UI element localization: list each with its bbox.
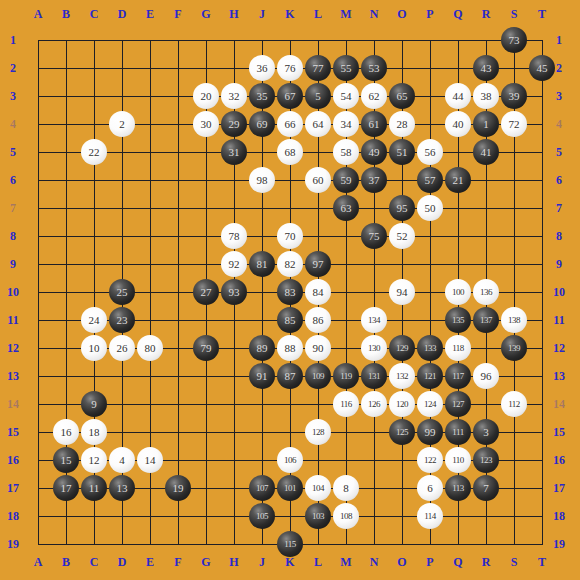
row-label-right-9: 9: [545, 256, 573, 272]
white-stone-66: 66: [277, 111, 303, 137]
move-number: 17: [53, 475, 79, 501]
black-stone-69: 69: [249, 111, 275, 137]
move-number: 56: [417, 139, 443, 165]
black-stone-107: 107: [249, 475, 275, 501]
row-label-right-18: 18: [545, 508, 573, 524]
move-number: 113: [445, 475, 471, 501]
white-stone-86: 86: [305, 307, 331, 333]
row-label-right-19: 19: [545, 536, 573, 552]
row-label-right-10: 10: [545, 284, 573, 300]
move-number: 16: [53, 419, 79, 445]
black-stone-9: 9: [81, 391, 107, 417]
row-label-right-11: 11: [545, 312, 573, 328]
black-stone-51: 51: [389, 139, 415, 165]
move-number: 114: [417, 503, 443, 529]
white-stone-96: 96: [473, 363, 499, 389]
white-stone-70: 70: [277, 223, 303, 249]
row-label-right-16: 16: [545, 452, 573, 468]
white-stone-50: 50: [417, 195, 443, 221]
white-stone-126: 126: [361, 391, 387, 417]
black-stone-131: 131: [361, 363, 387, 389]
white-stone-138: 138: [501, 307, 527, 333]
move-number: 30: [193, 111, 219, 137]
move-number: 26: [109, 335, 135, 361]
black-stone-139: 139: [501, 335, 527, 361]
black-stone-83: 83: [277, 279, 303, 305]
row-label-right-12: 12: [545, 340, 573, 356]
white-stone-124: 124: [417, 391, 443, 417]
row-label-right-7: 7: [545, 200, 573, 216]
row-label-left-9: 9: [0, 256, 27, 272]
white-stone-6: 6: [417, 475, 443, 501]
white-stone-136: 136: [473, 279, 499, 305]
white-stone-40: 40: [445, 111, 471, 137]
move-number: 107: [249, 475, 275, 501]
white-stone-132: 132: [389, 363, 415, 389]
move-number: 136: [473, 279, 499, 305]
move-number: 88: [277, 335, 303, 361]
move-number: 134: [361, 307, 387, 333]
black-stone-41: 41: [473, 139, 499, 165]
column-label-bottom-R: R: [472, 554, 500, 570]
move-number: 1: [473, 111, 499, 137]
row-label-right-17: 17: [545, 480, 573, 496]
move-number: 121: [417, 363, 443, 389]
white-stone-56: 56: [417, 139, 443, 165]
move-number: 23: [109, 307, 135, 333]
column-label-bottom-S: S: [500, 554, 528, 570]
black-stone-85: 85: [277, 307, 303, 333]
move-number: 75: [361, 223, 387, 249]
move-number: 39: [501, 83, 527, 109]
white-stone-106: 106: [277, 447, 303, 473]
move-number: 115: [277, 531, 303, 557]
row-label-left-5: 5: [0, 144, 27, 160]
column-label-top-E: E: [136, 6, 164, 22]
move-number: 2: [109, 111, 135, 137]
black-stone-67: 67: [277, 83, 303, 109]
black-stone-77: 77: [305, 55, 331, 81]
move-number: 126: [361, 391, 387, 417]
white-stone-12: 12: [81, 447, 107, 473]
white-stone-54: 54: [333, 83, 359, 109]
black-stone-21: 21: [445, 167, 471, 193]
column-label-top-F: F: [164, 6, 192, 22]
column-label-top-H: H: [220, 6, 248, 22]
white-stone-84: 84: [305, 279, 331, 305]
move-number: 133: [417, 335, 443, 361]
move-number: 135: [445, 307, 471, 333]
black-stone-57: 57: [417, 167, 443, 193]
black-stone-61: 61: [361, 111, 387, 137]
move-number: 41: [473, 139, 499, 165]
move-number: 127: [445, 391, 471, 417]
move-number: 3: [473, 419, 499, 445]
move-number: 81: [249, 251, 275, 277]
move-number: 111: [445, 419, 471, 445]
column-label-top-D: D: [108, 6, 136, 22]
black-stone-23: 23: [109, 307, 135, 333]
black-stone-17: 17: [53, 475, 79, 501]
white-stone-118: 118: [445, 335, 471, 361]
move-number: 10: [81, 335, 107, 361]
column-label-top-B: B: [52, 6, 80, 22]
move-number: 94: [389, 279, 415, 305]
white-stone-38: 38: [473, 83, 499, 109]
black-stone-121: 121: [417, 363, 443, 389]
go-board[interactable]: AABBCCDDEEFFGGHHJJKKLLMMNNOOPPQQRRSSTT11…: [0, 0, 580, 580]
black-stone-117: 117: [445, 363, 471, 389]
move-number: 62: [361, 83, 387, 109]
move-number: 79: [193, 335, 219, 361]
black-stone-29: 29: [221, 111, 247, 137]
white-stone-2: 2: [109, 111, 135, 137]
row-label-left-15: 15: [0, 424, 27, 440]
black-stone-97: 97: [305, 251, 331, 277]
move-number: 37: [361, 167, 387, 193]
move-number: 55: [333, 55, 359, 81]
black-stone-45: 45: [529, 55, 555, 81]
move-number: 93: [221, 279, 247, 305]
move-number: 130: [361, 335, 387, 361]
black-stone-49: 49: [361, 139, 387, 165]
move-number: 11: [81, 475, 107, 501]
column-label-top-A: A: [24, 6, 52, 22]
move-number: 80: [137, 335, 163, 361]
white-stone-16: 16: [53, 419, 79, 445]
move-number: 101: [277, 475, 303, 501]
move-number: 57: [417, 167, 443, 193]
column-label-top-K: K: [276, 6, 304, 22]
white-stone-130: 130: [361, 335, 387, 361]
black-stone-7: 7: [473, 475, 499, 501]
row-label-right-6: 6: [545, 172, 573, 188]
move-number: 20: [193, 83, 219, 109]
move-number: 18: [81, 419, 107, 445]
black-stone-53: 53: [361, 55, 387, 81]
move-number: 128: [305, 419, 331, 445]
black-stone-125: 125: [389, 419, 415, 445]
white-stone-82: 82: [277, 251, 303, 277]
white-stone-80: 80: [137, 335, 163, 361]
column-label-top-L: L: [304, 6, 332, 22]
column-label-bottom-J: J: [248, 554, 276, 570]
white-stone-26: 26: [109, 335, 135, 361]
move-number: 86: [305, 307, 331, 333]
black-stone-101: 101: [277, 475, 303, 501]
move-number: 8: [333, 475, 359, 501]
move-number: 138: [501, 307, 527, 333]
white-stone-64: 64: [305, 111, 331, 137]
black-stone-115: 115: [277, 531, 303, 557]
black-stone-39: 39: [501, 83, 527, 109]
move-number: 132: [389, 363, 415, 389]
move-number: 110: [445, 447, 471, 473]
column-label-bottom-N: N: [360, 554, 388, 570]
move-number: 66: [277, 111, 303, 137]
move-number: 53: [361, 55, 387, 81]
black-stone-113: 113: [445, 475, 471, 501]
move-number: 29: [221, 111, 247, 137]
move-number: 51: [389, 139, 415, 165]
move-number: 100: [445, 279, 471, 305]
move-number: 92: [221, 251, 247, 277]
move-number: 124: [417, 391, 443, 417]
move-number: 45: [529, 55, 555, 81]
column-label-bottom-T: T: [528, 554, 556, 570]
row-label-left-12: 12: [0, 340, 27, 356]
move-number: 90: [305, 335, 331, 361]
move-number: 22: [81, 139, 107, 165]
move-number: 27: [193, 279, 219, 305]
move-number: 24: [81, 307, 107, 333]
move-number: 70: [277, 223, 303, 249]
move-number: 118: [445, 335, 471, 361]
move-number: 13: [109, 475, 135, 501]
move-number: 95: [389, 195, 415, 221]
move-number: 61: [361, 111, 387, 137]
row-label-left-8: 8: [0, 228, 27, 244]
column-label-bottom-C: C: [80, 554, 108, 570]
column-label-top-S: S: [500, 6, 528, 22]
row-label-left-1: 1: [0, 32, 27, 48]
white-stone-112: 112: [501, 391, 527, 417]
move-number: 103: [305, 503, 331, 529]
black-stone-135: 135: [445, 307, 471, 333]
black-stone-63: 63: [333, 195, 359, 221]
white-stone-88: 88: [277, 335, 303, 361]
white-stone-92: 92: [221, 251, 247, 277]
white-stone-22: 22: [81, 139, 107, 165]
move-number: 7: [473, 475, 499, 501]
black-stone-111: 111: [445, 419, 471, 445]
move-number: 108: [333, 503, 359, 529]
black-stone-103: 103: [305, 503, 331, 529]
column-label-top-P: P: [416, 6, 444, 22]
move-number: 91: [249, 363, 275, 389]
row-label-left-4: 4: [0, 116, 27, 132]
move-number: 85: [277, 307, 303, 333]
move-number: 31: [221, 139, 247, 165]
move-number: 104: [305, 475, 331, 501]
black-stone-119: 119: [333, 363, 359, 389]
column-label-top-R: R: [472, 6, 500, 22]
black-stone-43: 43: [473, 55, 499, 81]
column-label-top-Q: Q: [444, 6, 472, 22]
move-number: 109: [305, 363, 331, 389]
black-stone-93: 93: [221, 279, 247, 305]
white-stone-94: 94: [389, 279, 415, 305]
move-number: 137: [473, 307, 499, 333]
move-number: 83: [277, 279, 303, 305]
move-number: 120: [389, 391, 415, 417]
move-number: 40: [445, 111, 471, 137]
black-stone-25: 25: [109, 279, 135, 305]
white-stone-134: 134: [361, 307, 387, 333]
row-label-right-1: 1: [545, 32, 573, 48]
white-stone-62: 62: [361, 83, 387, 109]
column-label-bottom-B: B: [52, 554, 80, 570]
white-stone-28: 28: [389, 111, 415, 137]
move-number: 4: [109, 447, 135, 473]
column-label-top-G: G: [192, 6, 220, 22]
white-stone-98: 98: [249, 167, 275, 193]
move-number: 34: [333, 111, 359, 137]
move-number: 59: [333, 167, 359, 193]
row-label-left-10: 10: [0, 284, 27, 300]
move-number: 32: [221, 83, 247, 109]
black-stone-89: 89: [249, 335, 275, 361]
move-number: 99: [417, 419, 443, 445]
move-number: 52: [389, 223, 415, 249]
row-label-right-8: 8: [545, 228, 573, 244]
black-stone-99: 99: [417, 419, 443, 445]
black-stone-65: 65: [389, 83, 415, 109]
row-label-left-3: 3: [0, 88, 27, 104]
move-number: 67: [277, 83, 303, 109]
black-stone-91: 91: [249, 363, 275, 389]
move-number: 25: [109, 279, 135, 305]
black-stone-11: 11: [81, 475, 107, 501]
black-stone-81: 81: [249, 251, 275, 277]
column-label-top-N: N: [360, 6, 388, 22]
column-label-top-T: T: [528, 6, 556, 22]
move-number: 68: [277, 139, 303, 165]
white-stone-52: 52: [389, 223, 415, 249]
black-stone-19: 19: [165, 475, 191, 501]
move-number: 35: [249, 83, 275, 109]
move-number: 87: [277, 363, 303, 389]
move-number: 131: [361, 363, 387, 389]
row-label-left-2: 2: [0, 60, 27, 76]
move-number: 72: [501, 111, 527, 137]
row-label-right-3: 3: [545, 88, 573, 104]
move-number: 116: [333, 391, 359, 417]
column-label-top-C: C: [80, 6, 108, 22]
move-number: 60: [305, 167, 331, 193]
black-stone-3: 3: [473, 419, 499, 445]
move-number: 49: [361, 139, 387, 165]
move-number: 54: [333, 83, 359, 109]
white-stone-114: 114: [417, 503, 443, 529]
move-number: 82: [277, 251, 303, 277]
white-stone-20: 20: [193, 83, 219, 109]
move-number: 97: [305, 251, 331, 277]
row-label-right-5: 5: [545, 144, 573, 160]
column-label-bottom-Q: Q: [444, 554, 472, 570]
row-label-right-15: 15: [545, 424, 573, 440]
white-stone-120: 120: [389, 391, 415, 417]
white-stone-60: 60: [305, 167, 331, 193]
move-number: 43: [473, 55, 499, 81]
white-stone-10: 10: [81, 335, 107, 361]
move-number: 50: [417, 195, 443, 221]
white-stone-122: 122: [417, 447, 443, 473]
white-stone-32: 32: [221, 83, 247, 109]
black-stone-87: 87: [277, 363, 303, 389]
white-stone-4: 4: [109, 447, 135, 473]
white-stone-44: 44: [445, 83, 471, 109]
move-number: 129: [389, 335, 415, 361]
black-stone-109: 109: [305, 363, 331, 389]
black-stone-31: 31: [221, 139, 247, 165]
black-stone-129: 129: [389, 335, 415, 361]
white-stone-116: 116: [333, 391, 359, 417]
move-number: 89: [249, 335, 275, 361]
move-number: 112: [501, 391, 527, 417]
black-stone-5: 5: [305, 83, 331, 109]
white-stone-24: 24: [81, 307, 107, 333]
black-stone-1: 1: [473, 111, 499, 137]
move-number: 73: [501, 27, 527, 53]
column-label-bottom-G: G: [192, 554, 220, 570]
move-number: 106: [277, 447, 303, 473]
white-stone-78: 78: [221, 223, 247, 249]
move-number: 58: [333, 139, 359, 165]
column-label-bottom-H: H: [220, 554, 248, 570]
white-stone-108: 108: [333, 503, 359, 529]
black-stone-73: 73: [501, 27, 527, 53]
move-number: 15: [53, 447, 79, 473]
row-label-left-14: 14: [0, 396, 27, 412]
row-label-left-16: 16: [0, 452, 27, 468]
move-number: 19: [165, 475, 191, 501]
white-stone-36: 36: [249, 55, 275, 81]
row-label-left-18: 18: [0, 508, 27, 524]
move-number: 123: [473, 447, 499, 473]
black-stone-13: 13: [109, 475, 135, 501]
black-stone-133: 133: [417, 335, 443, 361]
white-stone-100: 100: [445, 279, 471, 305]
black-stone-105: 105: [249, 503, 275, 529]
white-stone-34: 34: [333, 111, 359, 137]
column-label-top-O: O: [388, 6, 416, 22]
column-label-bottom-M: M: [332, 554, 360, 570]
white-stone-128: 128: [305, 419, 331, 445]
move-number: 5: [305, 83, 331, 109]
move-number: 65: [389, 83, 415, 109]
white-stone-90: 90: [305, 335, 331, 361]
move-number: 14: [137, 447, 163, 473]
move-number: 78: [221, 223, 247, 249]
black-stone-127: 127: [445, 391, 471, 417]
row-label-left-19: 19: [0, 536, 27, 552]
row-label-right-14: 14: [545, 396, 573, 412]
move-number: 63: [333, 195, 359, 221]
move-number: 44: [445, 83, 471, 109]
move-number: 117: [445, 363, 471, 389]
move-number: 122: [417, 447, 443, 473]
move-number: 21: [445, 167, 471, 193]
row-label-left-7: 7: [0, 200, 27, 216]
white-stone-76: 76: [277, 55, 303, 81]
move-number: 119: [333, 363, 359, 389]
row-label-right-4: 4: [545, 116, 573, 132]
move-number: 139: [501, 335, 527, 361]
black-stone-75: 75: [361, 223, 387, 249]
black-stone-27: 27: [193, 279, 219, 305]
black-stone-59: 59: [333, 167, 359, 193]
move-number: 28: [389, 111, 415, 137]
column-label-bottom-P: P: [416, 554, 444, 570]
white-stone-30: 30: [193, 111, 219, 137]
black-stone-79: 79: [193, 335, 219, 361]
white-stone-104: 104: [305, 475, 331, 501]
column-label-bottom-F: F: [164, 554, 192, 570]
move-number: 36: [249, 55, 275, 81]
move-number: 69: [249, 111, 275, 137]
black-stone-15: 15: [53, 447, 79, 473]
